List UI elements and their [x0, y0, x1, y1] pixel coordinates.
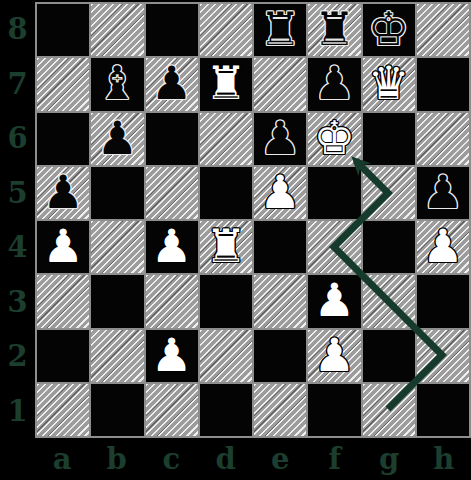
square-e6[interactable]: ♟: [254, 113, 306, 165]
square-c4[interactable]: ♟: [146, 221, 198, 273]
square-e8[interactable]: ♜: [254, 4, 306, 56]
piece-white-pawn: ♟: [314, 277, 355, 323]
square-b3[interactable]: [91, 275, 143, 327]
square-a4[interactable]: ♟: [37, 221, 89, 273]
piece-white-queen: ♛: [368, 60, 409, 106]
square-c8[interactable]: [146, 4, 198, 56]
square-g7[interactable]: ♛: [363, 58, 415, 110]
square-a6[interactable]: [37, 113, 89, 165]
rank-label-7: 7: [0, 67, 35, 101]
square-c6[interactable]: [146, 113, 198, 165]
square-d1[interactable]: [200, 384, 252, 436]
square-f6[interactable]: ♚: [308, 113, 360, 165]
square-d7[interactable]: ♜: [200, 58, 252, 110]
square-f8[interactable]: ♜: [308, 4, 360, 56]
square-b7[interactable]: ♝: [91, 58, 143, 110]
piece-black-rook: ♜: [314, 6, 355, 52]
file-label-g: g: [379, 442, 399, 476]
square-a1[interactable]: [37, 384, 89, 436]
square-g1[interactable]: [363, 384, 415, 436]
square-a5[interactable]: ♟: [37, 167, 89, 219]
square-h4[interactable]: ♟: [417, 221, 469, 273]
square-c5[interactable]: [146, 167, 198, 219]
piece-white-rook: ♜: [205, 223, 246, 269]
square-e4[interactable]: [254, 221, 306, 273]
piece-black-pawn: ♟: [97, 115, 138, 161]
file-labels: abcdefgh: [35, 438, 471, 480]
square-c2[interactable]: ♟: [146, 330, 198, 382]
square-d6[interactable]: [200, 113, 252, 165]
square-f4[interactable]: [308, 221, 360, 273]
rank-label-5: 5: [0, 176, 35, 210]
square-h5[interactable]: ♟: [417, 167, 469, 219]
piece-black-pawn: ♟: [43, 169, 84, 215]
piece-black-pawn: ♟: [260, 115, 301, 161]
file-label-d: d: [216, 442, 236, 476]
square-b1[interactable]: [91, 384, 143, 436]
square-g6[interactable]: [363, 113, 415, 165]
piece-black-pawn: ♟: [422, 169, 463, 215]
square-b5[interactable]: [91, 167, 143, 219]
piece-black-pawn: ♟: [314, 60, 355, 106]
square-a8[interactable]: [37, 4, 89, 56]
rank-label-3: 3: [0, 285, 35, 319]
square-h7[interactable]: [417, 58, 469, 110]
square-b2[interactable]: [91, 330, 143, 382]
file-label-a: a: [53, 442, 72, 476]
file-label-c: c: [162, 442, 180, 476]
square-g3[interactable]: [363, 275, 415, 327]
square-d2[interactable]: [200, 330, 252, 382]
rank-label-1: 1: [0, 394, 35, 428]
square-c3[interactable]: [146, 275, 198, 327]
square-e2[interactable]: [254, 330, 306, 382]
square-d3[interactable]: [200, 275, 252, 327]
piece-white-pawn: ♟: [151, 332, 192, 378]
square-b6[interactable]: ♟: [91, 113, 143, 165]
square-a3[interactable]: [37, 275, 89, 327]
square-c1[interactable]: [146, 384, 198, 436]
piece-white-pawn: ♟: [260, 169, 301, 215]
square-h8[interactable]: [417, 4, 469, 56]
piece-white-pawn: ♟: [43, 223, 84, 269]
square-f5[interactable]: [308, 167, 360, 219]
square-g4[interactable]: [363, 221, 415, 273]
square-b4[interactable]: [91, 221, 143, 273]
piece-white-rook: ♜: [205, 60, 246, 106]
piece-black-pawn: ♟: [151, 60, 192, 106]
file-label-b: b: [107, 442, 127, 476]
piece-white-pawn: ♟: [151, 223, 192, 269]
square-d5[interactable]: [200, 167, 252, 219]
rank-label-8: 8: [0, 12, 35, 46]
piece-black-bishop: ♝: [97, 60, 138, 106]
rank-label-6: 6: [0, 121, 35, 155]
square-e7[interactable]: [254, 58, 306, 110]
square-g5[interactable]: [363, 167, 415, 219]
square-d4[interactable]: ♜: [200, 221, 252, 273]
file-label-f: f: [329, 442, 341, 476]
square-h2[interactable]: [417, 330, 469, 382]
square-a7[interactable]: [37, 58, 89, 110]
piece-white-pawn: ♟: [314, 332, 355, 378]
square-e5[interactable]: ♟: [254, 167, 306, 219]
square-f1[interactable]: [308, 384, 360, 436]
square-e3[interactable]: [254, 275, 306, 327]
piece-black-rook: ♜: [260, 6, 301, 52]
square-g2[interactable]: [363, 330, 415, 382]
chess-board: ♜♜♚♝♟♜♟♛♟♟♚♟♟♟♟♟♜♟♟♟♟: [35, 2, 471, 438]
square-g8[interactable]: ♚: [363, 4, 415, 56]
square-h1[interactable]: [417, 384, 469, 436]
square-d8[interactable]: [200, 4, 252, 56]
square-a2[interactable]: [37, 330, 89, 382]
square-f7[interactable]: ♟: [308, 58, 360, 110]
rank-label-4: 4: [0, 230, 35, 264]
piece-white-king: ♚: [314, 115, 355, 161]
square-f2[interactable]: ♟: [308, 330, 360, 382]
square-f3[interactable]: ♟: [308, 275, 360, 327]
chess-diagram: 87654321 ♜♜♚♝♟♜♟♛♟♟♚♟♟♟♟♟♜♟♟♟♟ abcdefgh: [0, 0, 471, 480]
file-label-e: e: [271, 442, 289, 476]
rank-labels: 87654321: [0, 2, 35, 438]
file-label-h: h: [433, 442, 454, 476]
rank-label-2: 2: [0, 339, 35, 373]
piece-black-king: ♚: [368, 6, 409, 52]
square-e1[interactable]: [254, 384, 306, 436]
square-h6[interactable]: [417, 113, 469, 165]
piece-white-pawn: ♟: [422, 223, 463, 269]
square-c7[interactable]: ♟: [146, 58, 198, 110]
square-b8[interactable]: [91, 4, 143, 56]
square-h3[interactable]: [417, 275, 469, 327]
